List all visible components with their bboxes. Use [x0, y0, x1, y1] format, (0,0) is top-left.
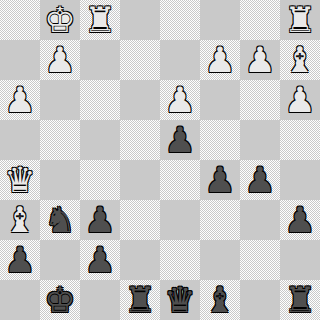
black-queen[interactable]: ♛	[164, 280, 195, 320]
white-bishop[interactable]: ♝	[4, 200, 35, 240]
chess-board[interactable]: ♚♜♜♟♟♟♝♟♟♟♟♛♟♟♝♞♟♟♟♟♚♜♛♝♜	[0, 0, 320, 320]
square-e8[interactable]: ♜	[120, 280, 160, 320]
white-pawn[interactable]: ♟	[4, 80, 35, 120]
square-e7[interactable]	[120, 240, 160, 280]
white-king[interactable]: ♚	[44, 0, 75, 40]
square-a3[interactable]: ♟	[280, 80, 320, 120]
black-bishop[interactable]: ♝	[204, 280, 235, 320]
black-pawn[interactable]: ♟	[204, 160, 235, 200]
square-c3[interactable]	[200, 80, 240, 120]
white-rook[interactable]: ♜	[84, 0, 115, 40]
square-b5[interactable]: ♟	[240, 160, 280, 200]
square-d3[interactable]: ♟	[160, 80, 200, 120]
black-king[interactable]: ♚	[44, 280, 75, 320]
square-h2[interactable]	[0, 40, 40, 80]
square-c6[interactable]	[200, 200, 240, 240]
square-g2[interactable]: ♟	[40, 40, 80, 80]
white-rook[interactable]: ♜	[284, 0, 315, 40]
square-b2[interactable]: ♟	[240, 40, 280, 80]
black-rook[interactable]: ♜	[284, 280, 315, 320]
square-g7[interactable]	[40, 240, 80, 280]
square-f2[interactable]	[80, 40, 120, 80]
square-b6[interactable]	[240, 200, 280, 240]
black-pawn[interactable]: ♟	[84, 200, 115, 240]
square-g5[interactable]	[40, 160, 80, 200]
square-c8[interactable]: ♝	[200, 280, 240, 320]
black-pawn[interactable]: ♟	[4, 240, 35, 280]
square-f4[interactable]	[80, 120, 120, 160]
square-e4[interactable]	[120, 120, 160, 160]
square-f6[interactable]: ♟	[80, 200, 120, 240]
square-a5[interactable]	[280, 160, 320, 200]
square-d1[interactable]	[160, 0, 200, 40]
square-f1[interactable]: ♜	[80, 0, 120, 40]
square-d7[interactable]	[160, 240, 200, 280]
square-d5[interactable]	[160, 160, 200, 200]
square-h3[interactable]: ♟	[0, 80, 40, 120]
white-pawn[interactable]: ♟	[164, 80, 195, 120]
square-h5[interactable]: ♛	[0, 160, 40, 200]
square-c1[interactable]	[200, 0, 240, 40]
square-g4[interactable]	[40, 120, 80, 160]
square-a7[interactable]	[280, 240, 320, 280]
square-c5[interactable]: ♟	[200, 160, 240, 200]
square-e1[interactable]	[120, 0, 160, 40]
square-a1[interactable]: ♜	[280, 0, 320, 40]
square-h1[interactable]	[0, 0, 40, 40]
square-b8[interactable]	[240, 280, 280, 320]
square-g1[interactable]: ♚	[40, 0, 80, 40]
square-e6[interactable]	[120, 200, 160, 240]
square-b3[interactable]	[240, 80, 280, 120]
white-pawn[interactable]: ♟	[204, 40, 235, 80]
square-d8[interactable]: ♛	[160, 280, 200, 320]
square-c4[interactable]	[200, 120, 240, 160]
square-a4[interactable]	[280, 120, 320, 160]
square-a2[interactable]: ♝	[280, 40, 320, 80]
black-pawn[interactable]: ♟	[84, 240, 115, 280]
square-d6[interactable]	[160, 200, 200, 240]
square-a8[interactable]: ♜	[280, 280, 320, 320]
square-g3[interactable]	[40, 80, 80, 120]
square-c2[interactable]: ♟	[200, 40, 240, 80]
square-d4[interactable]: ♟	[160, 120, 200, 160]
square-f7[interactable]: ♟	[80, 240, 120, 280]
black-pawn[interactable]: ♟	[284, 200, 315, 240]
square-b1[interactable]	[240, 0, 280, 40]
square-h8[interactable]	[0, 280, 40, 320]
square-e2[interactable]	[120, 40, 160, 80]
square-e3[interactable]	[120, 80, 160, 120]
white-bishop[interactable]: ♝	[284, 40, 315, 80]
square-d2[interactable]	[160, 40, 200, 80]
square-g8[interactable]: ♚	[40, 280, 80, 320]
white-pawn[interactable]: ♟	[284, 80, 315, 120]
square-h4[interactable]	[0, 120, 40, 160]
black-knight[interactable]: ♞	[44, 200, 75, 240]
square-h6[interactable]: ♝	[0, 200, 40, 240]
white-queen[interactable]: ♛	[4, 160, 35, 200]
square-a6[interactable]: ♟	[280, 200, 320, 240]
black-rook[interactable]: ♜	[124, 280, 155, 320]
black-pawn[interactable]: ♟	[244, 160, 275, 200]
square-c7[interactable]	[200, 240, 240, 280]
square-e5[interactable]	[120, 160, 160, 200]
square-f8[interactable]	[80, 280, 120, 320]
white-pawn[interactable]: ♟	[244, 40, 275, 80]
square-f5[interactable]	[80, 160, 120, 200]
square-g6[interactable]: ♞	[40, 200, 80, 240]
square-f3[interactable]	[80, 80, 120, 120]
square-b4[interactable]	[240, 120, 280, 160]
square-b7[interactable]	[240, 240, 280, 280]
white-pawn[interactable]: ♟	[44, 40, 75, 80]
black-pawn[interactable]: ♟	[164, 120, 195, 160]
square-h7[interactable]: ♟	[0, 240, 40, 280]
